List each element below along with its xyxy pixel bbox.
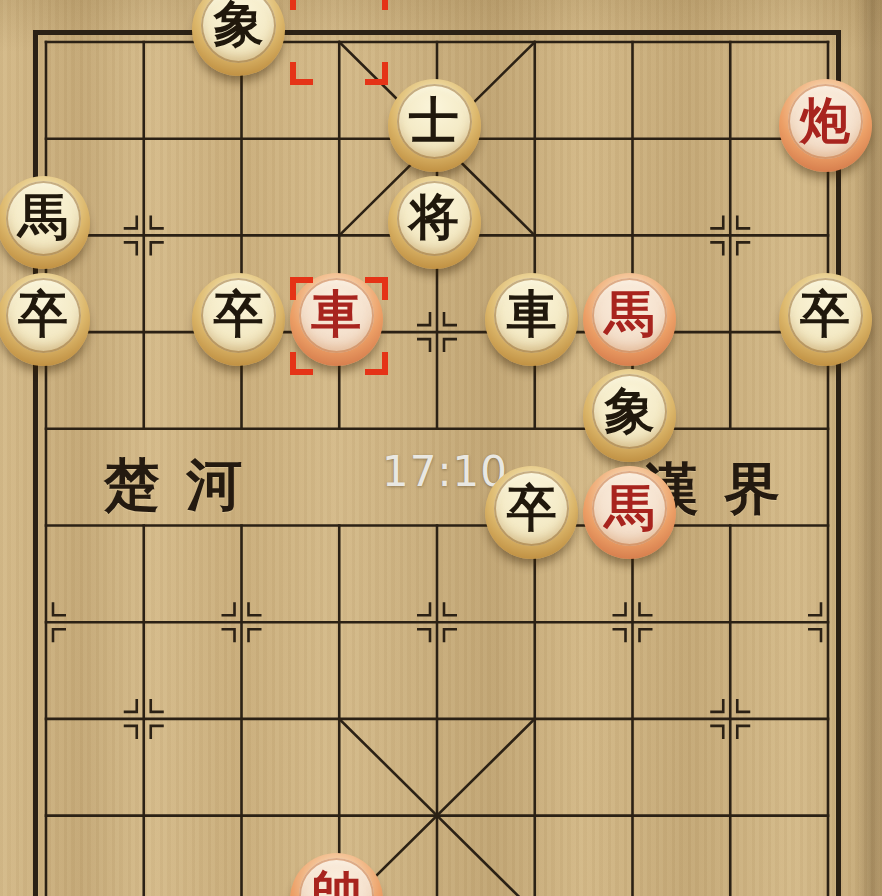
move-highlight-layer	[0, 0, 882, 896]
highlight-corner-icon	[365, 62, 388, 85]
highlight-corner-icon	[290, 352, 313, 375]
highlight-corner-icon	[290, 277, 313, 300]
last-move-to-highlight	[290, 277, 388, 375]
xiangqi-app-screen: 楚河 漢界 17:10 象士炮馬将卒卒車車馬卒象卒馬帥	[0, 0, 882, 896]
highlight-corner-icon	[290, 0, 313, 10]
last-move-from-highlight	[290, 0, 388, 85]
highlight-corner-icon	[365, 277, 388, 300]
highlight-corner-icon	[365, 0, 388, 10]
highlight-corner-icon	[290, 62, 313, 85]
highlight-corner-icon	[365, 352, 388, 375]
